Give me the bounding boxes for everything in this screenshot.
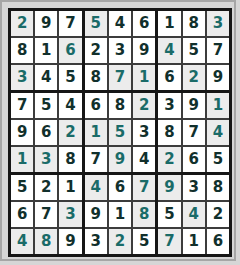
sudoku-box-9: 938542716 xyxy=(158,175,229,254)
cell-r9c1[interactable]: 4 xyxy=(11,229,33,254)
cell-r3c7[interactable]: 6 xyxy=(158,65,180,90)
cell-r6c8[interactable]: 6 xyxy=(183,147,205,172)
cell-r1c1[interactable]: 2 xyxy=(11,11,33,36)
cell-r3c1[interactable]: 3 xyxy=(11,65,33,90)
cell-r4c4[interactable]: 6 xyxy=(85,93,107,118)
cell-r9c9[interactable]: 6 xyxy=(207,229,229,254)
cell-r6c1[interactable]: 1 xyxy=(11,147,33,172)
cell-r2c7[interactable]: 4 xyxy=(158,38,180,63)
sudoku-box-4: 754962138 xyxy=(11,93,82,172)
sudoku-board: 2978163455462398711834576297549621386821… xyxy=(8,8,232,257)
cell-r8c1[interactable]: 6 xyxy=(11,202,33,227)
cell-r8c5[interactable]: 1 xyxy=(109,202,131,227)
cell-r6c2[interactable]: 3 xyxy=(35,147,57,172)
cell-r9c6[interactable]: 5 xyxy=(133,229,155,254)
cell-r2c2[interactable]: 1 xyxy=(35,38,57,63)
cell-r6c9[interactable]: 5 xyxy=(207,147,229,172)
cell-r9c2[interactable]: 8 xyxy=(35,229,57,254)
cell-r3c6[interactable]: 1 xyxy=(133,65,155,90)
cell-r7c5[interactable]: 6 xyxy=(109,175,131,200)
cell-r5c3[interactable]: 2 xyxy=(59,120,81,145)
cell-r3c3[interactable]: 5 xyxy=(59,65,81,90)
sudoku-box-6: 391874265 xyxy=(158,93,229,172)
cell-r3c9[interactable]: 9 xyxy=(207,65,229,90)
cell-r8c2[interactable]: 7 xyxy=(35,202,57,227)
cell-r7c2[interactable]: 2 xyxy=(35,175,57,200)
cell-r2c3[interactable]: 6 xyxy=(59,38,81,63)
cell-r3c8[interactable]: 2 xyxy=(183,65,205,90)
cell-r2c5[interactable]: 3 xyxy=(109,38,131,63)
cell-r4c5[interactable]: 8 xyxy=(109,93,131,118)
cell-r9c7[interactable]: 7 xyxy=(158,229,180,254)
cell-r4c1[interactable]: 7 xyxy=(11,93,33,118)
cell-r8c9[interactable]: 2 xyxy=(207,202,229,227)
cell-r9c8[interactable]: 1 xyxy=(183,229,205,254)
cell-r8c7[interactable]: 5 xyxy=(158,202,180,227)
cell-r2c1[interactable]: 8 xyxy=(11,38,33,63)
cell-r5c6[interactable]: 3 xyxy=(133,120,155,145)
cell-r5c4[interactable]: 1 xyxy=(85,120,107,145)
cell-r7c8[interactable]: 3 xyxy=(183,175,205,200)
sudoku-box-8: 467918325 xyxy=(85,175,156,254)
cell-r8c3[interactable]: 3 xyxy=(59,202,81,227)
cell-r9c5[interactable]: 2 xyxy=(109,229,131,254)
cell-r1c8[interactable]: 8 xyxy=(183,11,205,36)
cell-r6c3[interactable]: 8 xyxy=(59,147,81,172)
cell-r5c1[interactable]: 9 xyxy=(11,120,33,145)
cell-r1c2[interactable]: 9 xyxy=(35,11,57,36)
cell-r2c6[interactable]: 9 xyxy=(133,38,155,63)
cell-r7c7[interactable]: 9 xyxy=(158,175,180,200)
cell-r4c2[interactable]: 5 xyxy=(35,93,57,118)
sudoku-box-2: 546239871 xyxy=(85,11,156,90)
cell-r6c7[interactable]: 2 xyxy=(158,147,180,172)
cell-r5c5[interactable]: 5 xyxy=(109,120,131,145)
cell-r4c8[interactable]: 9 xyxy=(183,93,205,118)
cell-r5c8[interactable]: 7 xyxy=(183,120,205,145)
cell-r1c7[interactable]: 1 xyxy=(158,11,180,36)
cell-r1c6[interactable]: 6 xyxy=(133,11,155,36)
cell-r4c9[interactable]: 1 xyxy=(207,93,229,118)
cell-r7c4[interactable]: 4 xyxy=(85,175,107,200)
cell-r7c1[interactable]: 5 xyxy=(11,175,33,200)
cell-r8c6[interactable]: 8 xyxy=(133,202,155,227)
cell-r7c9[interactable]: 8 xyxy=(207,175,229,200)
page-background: 2978163455462398711834576297549621386821… xyxy=(0,0,236,261)
cell-r2c9[interactable]: 7 xyxy=(207,38,229,63)
cell-r3c2[interactable]: 4 xyxy=(35,65,57,90)
cell-r1c9[interactable]: 3 xyxy=(207,11,229,36)
cell-r5c2[interactable]: 6 xyxy=(35,120,57,145)
cell-r2c8[interactable]: 5 xyxy=(183,38,205,63)
cell-r7c3[interactable]: 1 xyxy=(59,175,81,200)
sudoku-box-1: 297816345 xyxy=(11,11,82,90)
cell-r1c5[interactable]: 4 xyxy=(109,11,131,36)
cell-r2c4[interactable]: 2 xyxy=(85,38,107,63)
cell-r4c7[interactable]: 3 xyxy=(158,93,180,118)
cell-r9c3[interactable]: 9 xyxy=(59,229,81,254)
cell-r1c4[interactable]: 5 xyxy=(85,11,107,36)
cell-r6c4[interactable]: 7 xyxy=(85,147,107,172)
cell-r4c3[interactable]: 4 xyxy=(59,93,81,118)
sudoku-box-5: 682153794 xyxy=(85,93,156,172)
cell-r4c6[interactable]: 2 xyxy=(133,93,155,118)
sudoku-box-3: 183457629 xyxy=(158,11,229,90)
cell-r6c6[interactable]: 4 xyxy=(133,147,155,172)
cell-r1c3[interactable]: 7 xyxy=(59,11,81,36)
cell-r5c7[interactable]: 8 xyxy=(158,120,180,145)
cell-r8c4[interactable]: 9 xyxy=(85,202,107,227)
cell-r7c6[interactable]: 7 xyxy=(133,175,155,200)
cell-r5c9[interactable]: 4 xyxy=(207,120,229,145)
sudoku-box-7: 521673489 xyxy=(11,175,82,254)
cell-r8c8[interactable]: 4 xyxy=(183,202,205,227)
cell-r9c4[interactable]: 3 xyxy=(85,229,107,254)
cell-r3c4[interactable]: 8 xyxy=(85,65,107,90)
cell-r6c5[interactable]: 9 xyxy=(109,147,131,172)
cell-r3c5[interactable]: 7 xyxy=(109,65,131,90)
